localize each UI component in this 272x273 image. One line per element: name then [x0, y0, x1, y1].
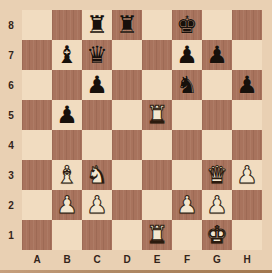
square-e3[interactable] — [142, 160, 172, 190]
square-c1[interactable] — [82, 220, 112, 250]
square-g8[interactable] — [202, 10, 232, 40]
square-b2[interactable]: ♟ — [52, 190, 82, 220]
rank-label-3: 3 — [0, 160, 22, 190]
square-f2[interactable]: ♟ — [172, 190, 202, 220]
square-h4[interactable] — [232, 130, 262, 160]
square-d8[interactable]: ♜ — [112, 10, 142, 40]
square-d6[interactable] — [112, 70, 142, 100]
square-e6[interactable] — [142, 70, 172, 100]
rank-label-4: 4 — [0, 130, 22, 160]
square-d5[interactable] — [112, 100, 142, 130]
white-knight: ♞ — [86, 160, 108, 190]
square-f1[interactable] — [172, 220, 202, 250]
square-h3[interactable]: ♟ — [232, 160, 262, 190]
square-a8[interactable] — [22, 10, 52, 40]
square-c5[interactable] — [82, 100, 112, 130]
square-a2[interactable] — [22, 190, 52, 220]
white-king: ♚ — [206, 220, 228, 250]
rank-label-2: 2 — [0, 190, 22, 220]
square-b5[interactable]: ♟ — [52, 100, 82, 130]
square-b1[interactable] — [52, 220, 82, 250]
board: ♜♜♚♝♛♟♟♟♞♟♟♜♝♞♛♟♟♟♟♟♜♚ — [22, 10, 262, 250]
square-a4[interactable] — [22, 130, 52, 160]
black-pawn: ♟ — [206, 40, 228, 70]
square-e2[interactable] — [142, 190, 172, 220]
file-label-g: G — [202, 250, 232, 268]
square-c3[interactable]: ♞ — [82, 160, 112, 190]
white-pawn: ♟ — [56, 190, 78, 220]
white-pawn: ♟ — [236, 160, 258, 190]
square-f8[interactable]: ♚ — [172, 10, 202, 40]
square-h2[interactable] — [232, 190, 262, 220]
square-b6[interactable] — [52, 70, 82, 100]
square-h6[interactable]: ♟ — [232, 70, 262, 100]
file-label-b: B — [52, 250, 82, 268]
square-f5[interactable] — [172, 100, 202, 130]
square-d7[interactable] — [112, 40, 142, 70]
square-f6[interactable]: ♞ — [172, 70, 202, 100]
square-d4[interactable] — [112, 130, 142, 160]
square-f3[interactable] — [172, 160, 202, 190]
square-c8[interactable]: ♜ — [82, 10, 112, 40]
black-pawn: ♟ — [176, 40, 198, 70]
black-pawn: ♟ — [236, 70, 258, 100]
rank-label-1: 1 — [0, 220, 22, 250]
black-bishop: ♝ — [56, 40, 78, 70]
file-label-h: H — [232, 250, 262, 268]
square-b8[interactable] — [52, 10, 82, 40]
rank-label-7: 7 — [0, 40, 22, 70]
square-c7[interactable]: ♛ — [82, 40, 112, 70]
square-d1[interactable] — [112, 220, 142, 250]
file-label-f: F — [172, 250, 202, 268]
square-f4[interactable] — [172, 130, 202, 160]
white-rook: ♜ — [146, 100, 168, 130]
white-pawn: ♟ — [176, 190, 198, 220]
rank-label-8: 8 — [0, 10, 22, 40]
file-label-e: E — [142, 250, 172, 268]
file-label-a: A — [22, 250, 52, 268]
square-a7[interactable] — [22, 40, 52, 70]
square-g1[interactable]: ♚ — [202, 220, 232, 250]
square-c2[interactable]: ♟ — [82, 190, 112, 220]
square-e8[interactable] — [142, 10, 172, 40]
square-d2[interactable] — [112, 190, 142, 220]
file-label-d: D — [112, 250, 142, 268]
white-pawn: ♟ — [206, 190, 228, 220]
rank-labels: 87654321 — [0, 10, 22, 250]
black-knight: ♞ — [176, 70, 198, 100]
square-b3[interactable]: ♝ — [52, 160, 82, 190]
black-pawn: ♟ — [86, 70, 108, 100]
white-queen: ♛ — [206, 160, 228, 190]
chess-diagram: 87654321 ♜♜♚♝♛♟♟♟♞♟♟♜♝♞♛♟♟♟♟♟♜♚ ABCDEFGH — [0, 0, 272, 273]
square-a1[interactable] — [22, 220, 52, 250]
square-h8[interactable] — [232, 10, 262, 40]
square-h5[interactable] — [232, 100, 262, 130]
black-king: ♚ — [176, 10, 198, 40]
white-bishop: ♝ — [56, 160, 78, 190]
rank-label-6: 6 — [0, 70, 22, 100]
square-g7[interactable]: ♟ — [202, 40, 232, 70]
square-e5[interactable]: ♜ — [142, 100, 172, 130]
square-g2[interactable]: ♟ — [202, 190, 232, 220]
file-label-c: C — [82, 250, 112, 268]
square-e1[interactable]: ♜ — [142, 220, 172, 250]
square-b4[interactable] — [52, 130, 82, 160]
square-f7[interactable]: ♟ — [172, 40, 202, 70]
black-queen: ♛ — [86, 40, 108, 70]
square-a5[interactable] — [22, 100, 52, 130]
square-e4[interactable] — [142, 130, 172, 160]
white-rook: ♜ — [146, 220, 168, 250]
square-c4[interactable] — [82, 130, 112, 160]
black-rook: ♜ — [116, 10, 138, 40]
square-a3[interactable] — [22, 160, 52, 190]
black-pawn: ♟ — [56, 100, 78, 130]
square-g6[interactable] — [202, 70, 232, 100]
white-pawn: ♟ — [86, 190, 108, 220]
square-h1[interactable] — [232, 220, 262, 250]
black-rook: ♜ — [86, 10, 108, 40]
square-g3[interactable]: ♛ — [202, 160, 232, 190]
file-labels: ABCDEFGH — [22, 250, 262, 268]
square-g5[interactable] — [202, 100, 232, 130]
square-g4[interactable] — [202, 130, 232, 160]
square-e7[interactable] — [142, 40, 172, 70]
rank-label-5: 5 — [0, 100, 22, 130]
square-d3[interactable] — [112, 160, 142, 190]
square-h7[interactable] — [232, 40, 262, 70]
square-a6[interactable] — [22, 70, 52, 100]
square-c6[interactable]: ♟ — [82, 70, 112, 100]
square-b7[interactable]: ♝ — [52, 40, 82, 70]
